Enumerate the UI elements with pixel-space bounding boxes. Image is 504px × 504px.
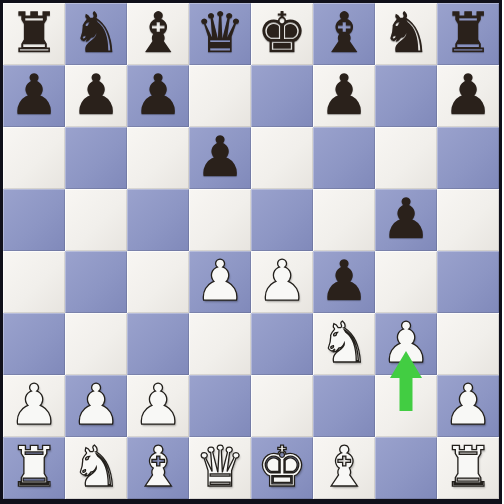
- square-c8[interactable]: ♝: [127, 3, 189, 65]
- piece-white-knight-b1[interactable]: ♞: [65, 437, 127, 499]
- square-h3[interactable]: [437, 313, 499, 375]
- square-d2[interactable]: [189, 375, 251, 437]
- square-g3[interactable]: ♟: [375, 313, 437, 375]
- piece-black-pawn-g5[interactable]: ♟: [375, 189, 437, 251]
- square-a1[interactable]: ♜: [3, 437, 65, 499]
- piece-white-knight-f3[interactable]: ♞: [313, 313, 375, 375]
- piece-white-pawn-c2[interactable]: ♟: [127, 375, 189, 437]
- piece-black-pawn-d6[interactable]: ♟: [189, 127, 251, 189]
- board-frame: ♜♞♝♛♚♝♞♜♟♟♟♟♟♟♟♟♟♟♞♟♟♟♟♟♜♞♝♛♚♝♜: [0, 0, 502, 504]
- square-g8[interactable]: ♞: [375, 3, 437, 65]
- square-e3[interactable]: [251, 313, 313, 375]
- square-e4[interactable]: ♟: [251, 251, 313, 313]
- square-f4[interactable]: ♟: [313, 251, 375, 313]
- square-g5[interactable]: ♟: [375, 189, 437, 251]
- piece-black-pawn-h7[interactable]: ♟: [437, 65, 499, 127]
- square-g6[interactable]: [375, 127, 437, 189]
- square-a2[interactable]: ♟: [3, 375, 65, 437]
- square-b5[interactable]: [65, 189, 127, 251]
- square-h2[interactable]: ♟: [437, 375, 499, 437]
- piece-white-pawn-g3[interactable]: ♟: [375, 313, 437, 375]
- square-d5[interactable]: [189, 189, 251, 251]
- square-f1[interactable]: ♝: [313, 437, 375, 499]
- square-a3[interactable]: [3, 313, 65, 375]
- square-d4[interactable]: ♟: [189, 251, 251, 313]
- square-e5[interactable]: [251, 189, 313, 251]
- square-g7[interactable]: [375, 65, 437, 127]
- piece-white-pawn-e4[interactable]: ♟: [251, 251, 313, 313]
- square-c6[interactable]: [127, 127, 189, 189]
- square-d8[interactable]: ♛: [189, 3, 251, 65]
- square-e8[interactable]: ♚: [251, 3, 313, 65]
- piece-black-king-e8[interactable]: ♚: [251, 3, 313, 65]
- piece-black-pawn-b7[interactable]: ♟: [65, 65, 127, 127]
- square-e2[interactable]: [251, 375, 313, 437]
- chess-board: ♜♞♝♛♚♝♞♜♟♟♟♟♟♟♟♟♟♟♞♟♟♟♟♟♜♞♝♛♚♝♜: [3, 3, 499, 499]
- piece-white-pawn-h2[interactable]: ♟: [437, 375, 499, 437]
- piece-black-rook-a8[interactable]: ♜: [3, 3, 65, 65]
- square-f7[interactable]: ♟: [313, 65, 375, 127]
- square-d1[interactable]: ♛: [189, 437, 251, 499]
- square-d7[interactable]: [189, 65, 251, 127]
- square-a5[interactable]: [3, 189, 65, 251]
- piece-white-rook-h1[interactable]: ♜: [437, 437, 499, 499]
- piece-black-pawn-c7[interactable]: ♟: [127, 65, 189, 127]
- piece-black-queen-d8[interactable]: ♛: [189, 3, 251, 65]
- square-h4[interactable]: [437, 251, 499, 313]
- piece-white-rook-a1[interactable]: ♜: [3, 437, 65, 499]
- square-c7[interactable]: ♟: [127, 65, 189, 127]
- square-c2[interactable]: ♟: [127, 375, 189, 437]
- piece-black-pawn-f7[interactable]: ♟: [313, 65, 375, 127]
- square-c3[interactable]: [127, 313, 189, 375]
- square-h1[interactable]: ♜: [437, 437, 499, 499]
- piece-black-pawn-f4[interactable]: ♟: [313, 251, 375, 313]
- square-b4[interactable]: [65, 251, 127, 313]
- piece-white-queen-d1[interactable]: ♛: [189, 437, 251, 499]
- square-a7[interactable]: ♟: [3, 65, 65, 127]
- square-e1[interactable]: ♚: [251, 437, 313, 499]
- square-b8[interactable]: ♞: [65, 3, 127, 65]
- square-g1[interactable]: [375, 437, 437, 499]
- square-f6[interactable]: [313, 127, 375, 189]
- square-h5[interactable]: [437, 189, 499, 251]
- square-a8[interactable]: ♜: [3, 3, 65, 65]
- piece-black-bishop-c8[interactable]: ♝: [127, 3, 189, 65]
- square-c1[interactable]: ♝: [127, 437, 189, 499]
- piece-white-bishop-c1[interactable]: ♝: [127, 437, 189, 499]
- piece-black-knight-g8[interactable]: ♞: [375, 3, 437, 65]
- square-h8[interactable]: ♜: [437, 3, 499, 65]
- square-g4[interactable]: [375, 251, 437, 313]
- chess-diagram: ♜♞♝♛♚♝♞♜♟♟♟♟♟♟♟♟♟♟♞♟♟♟♟♟♜♞♝♛♚♝♜: [0, 0, 504, 504]
- square-g2[interactable]: [375, 375, 437, 437]
- square-a4[interactable]: [3, 251, 65, 313]
- square-c5[interactable]: [127, 189, 189, 251]
- square-h7[interactable]: ♟: [437, 65, 499, 127]
- piece-black-pawn-a7[interactable]: ♟: [3, 65, 65, 127]
- piece-black-bishop-f8[interactable]: ♝: [313, 3, 375, 65]
- square-b1[interactable]: ♞: [65, 437, 127, 499]
- square-b2[interactable]: ♟: [65, 375, 127, 437]
- piece-white-pawn-a2[interactable]: ♟: [3, 375, 65, 437]
- square-a6[interactable]: [3, 127, 65, 189]
- square-f3[interactable]: ♞: [313, 313, 375, 375]
- piece-white-pawn-b2[interactable]: ♟: [65, 375, 127, 437]
- piece-white-king-e1[interactable]: ♚: [251, 437, 313, 499]
- square-f2[interactable]: [313, 375, 375, 437]
- square-c4[interactable]: [127, 251, 189, 313]
- piece-white-bishop-f1[interactable]: ♝: [313, 437, 375, 499]
- square-e6[interactable]: [251, 127, 313, 189]
- piece-black-knight-b8[interactable]: ♞: [65, 3, 127, 65]
- square-d3[interactable]: [189, 313, 251, 375]
- square-d6[interactable]: ♟: [189, 127, 251, 189]
- square-f5[interactable]: [313, 189, 375, 251]
- square-b7[interactable]: ♟: [65, 65, 127, 127]
- square-e7[interactable]: [251, 65, 313, 127]
- piece-black-rook-h8[interactable]: ♜: [437, 3, 499, 65]
- square-h6[interactable]: [437, 127, 499, 189]
- square-f8[interactable]: ♝: [313, 3, 375, 65]
- piece-white-pawn-d4[interactable]: ♟: [189, 251, 251, 313]
- square-b6[interactable]: [65, 127, 127, 189]
- square-b3[interactable]: [65, 313, 127, 375]
